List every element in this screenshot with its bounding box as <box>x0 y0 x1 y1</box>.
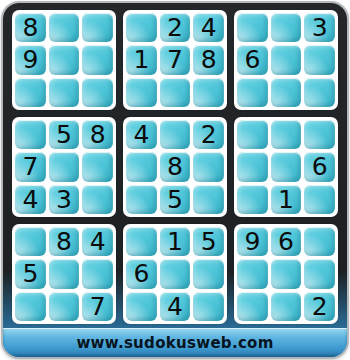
cell-r9c7[interactable] <box>237 292 268 321</box>
cell-r3c5[interactable] <box>160 78 191 107</box>
cell-r9c1[interactable] <box>15 292 46 321</box>
cell-r7c4[interactable] <box>126 227 157 256</box>
cell-r7c8[interactable]: 6 <box>271 227 302 256</box>
cell-r1c4[interactable] <box>126 13 157 42</box>
cell-r8c9[interactable] <box>304 259 335 288</box>
cell-r8c8[interactable] <box>271 259 302 288</box>
cell-r3c7[interactable] <box>237 78 268 107</box>
cell-r4c2[interactable]: 5 <box>49 120 80 149</box>
cell-r6c2[interactable]: 3 <box>49 185 80 214</box>
cell-r6c5[interactable]: 5 <box>160 185 191 214</box>
cell-r7c3[interactable]: 4 <box>82 227 113 256</box>
board-frame: 8924178365874342856184571564962 www.sudo… <box>3 3 347 357</box>
cell-r9c5[interactable]: 4 <box>160 292 191 321</box>
cell-r3c6[interactable] <box>193 78 224 107</box>
cell-r7c7[interactable]: 9 <box>237 227 268 256</box>
sudoku-grid: 8924178365874342856184571564962 <box>3 3 347 328</box>
cell-r7c5[interactable]: 1 <box>160 227 191 256</box>
cell-r5c5[interactable]: 8 <box>160 152 191 181</box>
cell-r2c6[interactable]: 8 <box>193 45 224 74</box>
cell-r2c9[interactable] <box>304 45 335 74</box>
cell-r2c3[interactable] <box>82 45 113 74</box>
box-0-1: 24178 <box>123 10 227 110</box>
cell-r1c2[interactable] <box>49 13 80 42</box>
cell-r5c4[interactable] <box>126 152 157 181</box>
cell-r5c9[interactable]: 6 <box>304 152 335 181</box>
cell-r4c1[interactable] <box>15 120 46 149</box>
cell-r3c9[interactable] <box>304 78 335 107</box>
cell-r9c3[interactable]: 7 <box>82 292 113 321</box>
cell-r1c9[interactable]: 3 <box>304 13 335 42</box>
cell-r5c2[interactable] <box>49 152 80 181</box>
cell-r8c1[interactable]: 5 <box>15 259 46 288</box>
cell-r1c3[interactable] <box>82 13 113 42</box>
cell-r2c4[interactable]: 1 <box>126 45 157 74</box>
cell-r3c8[interactable] <box>271 78 302 107</box>
cell-r5c8[interactable] <box>271 152 302 181</box>
cell-r5c1[interactable]: 7 <box>15 152 46 181</box>
cell-r3c1[interactable] <box>15 78 46 107</box>
sudoku-app: 8924178365874342856184571564962 www.sudo… <box>0 0 350 360</box>
cell-r1c6[interactable]: 4 <box>193 13 224 42</box>
cell-r9c2[interactable] <box>49 292 80 321</box>
cell-r5c7[interactable] <box>237 152 268 181</box>
cell-r6c4[interactable] <box>126 185 157 214</box>
cell-r4c9[interactable] <box>304 120 335 149</box>
cell-r9c9[interactable]: 2 <box>304 292 335 321</box>
cell-r7c1[interactable] <box>15 227 46 256</box>
cell-r8c6[interactable] <box>193 259 224 288</box>
cell-r7c6[interactable]: 5 <box>193 227 224 256</box>
cell-r1c7[interactable] <box>237 13 268 42</box>
cell-r4c7[interactable] <box>237 120 268 149</box>
cell-r4c4[interactable]: 4 <box>126 120 157 149</box>
box-0-2: 36 <box>234 10 338 110</box>
box-1-0: 58743 <box>12 117 116 217</box>
cell-r2c5[interactable]: 7 <box>160 45 191 74</box>
cell-r1c8[interactable] <box>271 13 302 42</box>
cell-r8c3[interactable] <box>82 259 113 288</box>
cell-r8c7[interactable] <box>237 259 268 288</box>
cell-r4c6[interactable]: 2 <box>193 120 224 149</box>
footer-bar: www.sudokusweb.com <box>3 328 347 357</box>
cell-r3c4[interactable] <box>126 78 157 107</box>
box-2-2: 962 <box>234 224 338 324</box>
box-2-0: 8457 <box>12 224 116 324</box>
cell-r8c2[interactable] <box>49 259 80 288</box>
cell-r6c1[interactable]: 4 <box>15 185 46 214</box>
cell-r6c6[interactable] <box>193 185 224 214</box>
box-1-1: 4285 <box>123 117 227 217</box>
cell-r2c8[interactable] <box>271 45 302 74</box>
cell-r2c2[interactable] <box>49 45 80 74</box>
cell-r6c7[interactable] <box>237 185 268 214</box>
cell-r4c3[interactable]: 8 <box>82 120 113 149</box>
cell-r7c2[interactable]: 8 <box>49 227 80 256</box>
cell-r5c6[interactable] <box>193 152 224 181</box>
cell-r9c4[interactable] <box>126 292 157 321</box>
cell-r9c8[interactable] <box>271 292 302 321</box>
cell-r3c2[interactable] <box>49 78 80 107</box>
cell-r6c9[interactable] <box>304 185 335 214</box>
cell-r9c6[interactable] <box>193 292 224 321</box>
cell-r8c5[interactable] <box>160 259 191 288</box>
box-2-1: 1564 <box>123 224 227 324</box>
cell-r2c1[interactable]: 9 <box>15 45 46 74</box>
cell-r1c5[interactable]: 2 <box>160 13 191 42</box>
cell-r3c3[interactable] <box>82 78 113 107</box>
cell-r4c5[interactable] <box>160 120 191 149</box>
cell-r7c9[interactable] <box>304 227 335 256</box>
box-0-0: 89 <box>12 10 116 110</box>
cell-r8c4[interactable]: 6 <box>126 259 157 288</box>
box-1-2: 61 <box>234 117 338 217</box>
cell-r1c1[interactable]: 8 <box>15 13 46 42</box>
cell-r6c3[interactable] <box>82 185 113 214</box>
website-link[interactable]: www.sudokusweb.com <box>76 334 273 352</box>
cell-r2c7[interactable]: 6 <box>237 45 268 74</box>
cell-r5c3[interactable] <box>82 152 113 181</box>
cell-r4c8[interactable] <box>271 120 302 149</box>
cell-r6c8[interactable]: 1 <box>271 185 302 214</box>
